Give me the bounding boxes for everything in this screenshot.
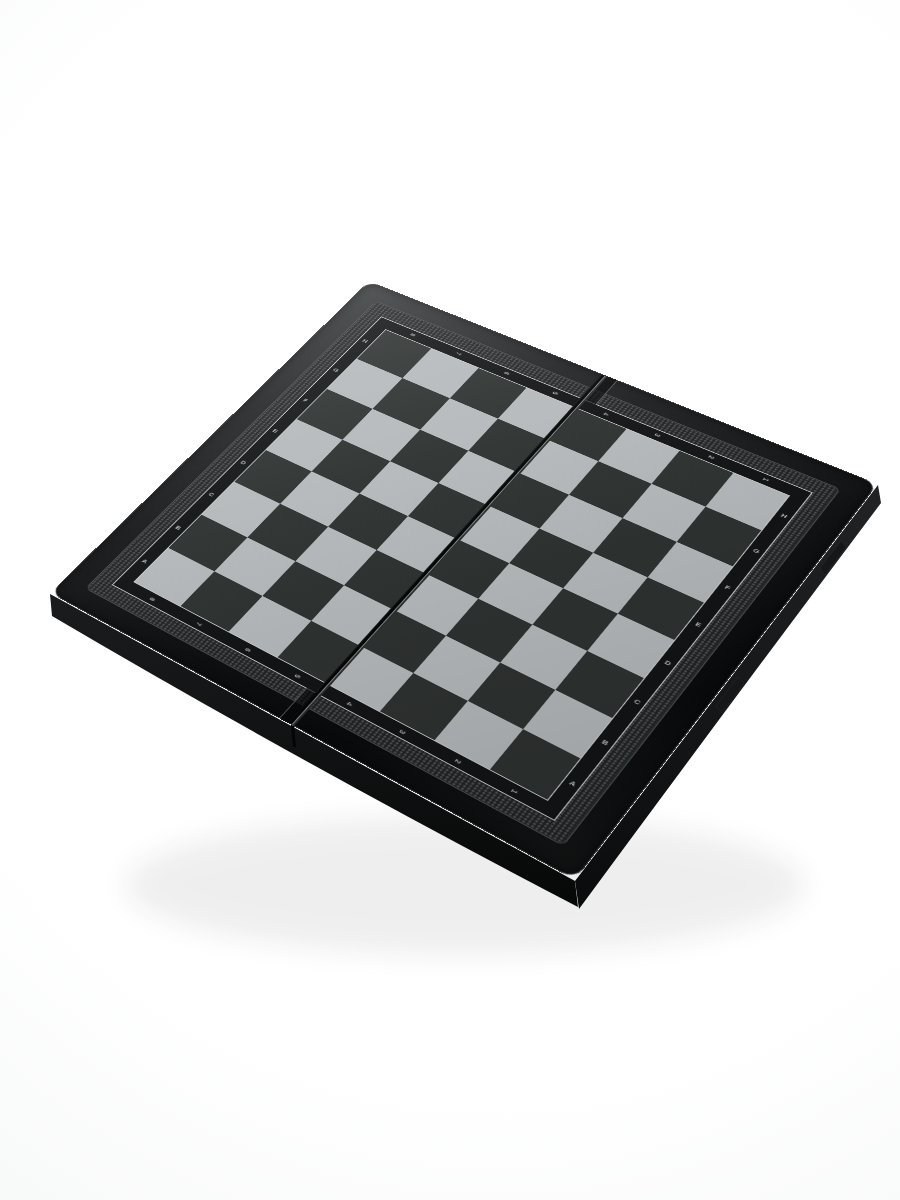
product-photo: 8877665544332211HHGGFFEEDDCCBBAA (0, 0, 900, 1200)
